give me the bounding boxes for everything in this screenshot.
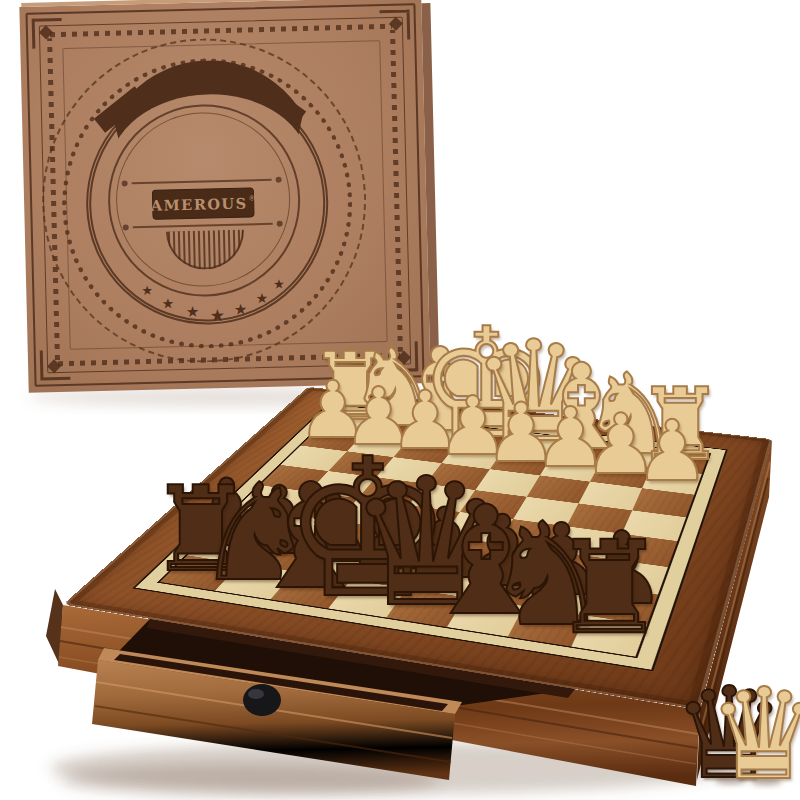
drawer-knob-highlight [248,689,264,699]
product-photo-scene: CHESS AMEROUS® ★★★★★★★ [0,0,800,800]
piece-shadow [750,778,782,786]
drawer-knob [243,684,281,716]
chess-board [157,410,711,659]
piece-shadow [715,777,747,785]
